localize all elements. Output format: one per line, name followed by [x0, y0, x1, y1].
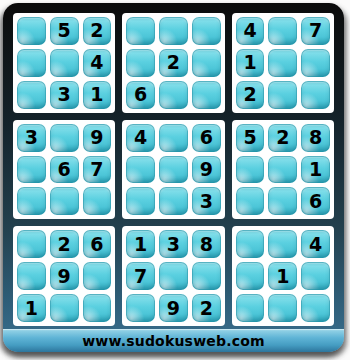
cell-r7c2[interactable]: 2	[50, 230, 79, 258]
cell-r2c2[interactable]	[50, 49, 79, 77]
cell-r5c2[interactable]: 6	[50, 156, 79, 184]
cell-r6c5[interactable]	[159, 187, 188, 215]
cell-r6c9[interactable]: 6	[301, 187, 330, 215]
cell-r8c2[interactable]: 9	[50, 262, 79, 290]
cell-r7c6[interactable]: 8	[192, 230, 221, 258]
cell-r8c9[interactable]	[301, 262, 330, 290]
cell-r6c3[interactable]	[83, 187, 112, 215]
cell-r1c7[interactable]: 4	[236, 17, 265, 45]
cell-r3c9[interactable]	[301, 81, 330, 109]
cell-r8c8[interactable]: 1	[268, 262, 297, 290]
cell-r9c7[interactable]	[236, 294, 265, 322]
cell-r7c1[interactable]	[17, 230, 46, 258]
cell-r2c4[interactable]	[126, 49, 155, 77]
cell-r9c4[interactable]	[126, 294, 155, 322]
cell-r2c3[interactable]: 4	[83, 49, 112, 77]
cell-r5c9[interactable]: 1	[301, 156, 330, 184]
cell-r4c5[interactable]	[159, 124, 188, 152]
cell-r8c1[interactable]	[17, 262, 46, 290]
cell-r5c5[interactable]	[159, 156, 188, 184]
cell-r7c9[interactable]: 4	[301, 230, 330, 258]
cell-r1c9[interactable]: 7	[301, 17, 330, 45]
cell-r5c8[interactable]	[268, 156, 297, 184]
cell-r8c3[interactable]	[83, 262, 112, 290]
cell-r8c7[interactable]	[236, 262, 265, 290]
cell-r3c1[interactable]	[17, 81, 46, 109]
cell-r2c8[interactable]	[268, 49, 297, 77]
cell-r4c6[interactable]: 6	[192, 124, 221, 152]
cell-r6c2[interactable]	[50, 187, 79, 215]
cell-r1c2[interactable]: 5	[50, 17, 79, 45]
sudoku-box-4: 3967	[13, 120, 115, 220]
cell-r1c4[interactable]	[126, 17, 155, 45]
cell-r5c4[interactable]	[126, 156, 155, 184]
sudoku-box-7: 2691	[13, 226, 115, 326]
cell-r6c4[interactable]	[126, 187, 155, 215]
cell-r5c6[interactable]: 9	[192, 156, 221, 184]
cell-r3c2[interactable]: 3	[50, 81, 79, 109]
cell-r2c1[interactable]	[17, 49, 46, 77]
cell-r4c2[interactable]	[50, 124, 79, 152]
cell-r9c1[interactable]: 1	[17, 294, 46, 322]
cell-r3c4[interactable]: 6	[126, 81, 155, 109]
cell-r3c8[interactable]	[268, 81, 297, 109]
cell-r7c7[interactable]	[236, 230, 265, 258]
sudoku-box-9: 41	[232, 226, 334, 326]
cell-r2c5[interactable]: 2	[159, 49, 188, 77]
cell-r7c8[interactable]	[268, 230, 297, 258]
cell-r1c3[interactable]: 2	[83, 17, 112, 45]
cell-r3c5[interactable]	[159, 81, 188, 109]
cell-r2c9[interactable]	[301, 49, 330, 77]
sudoku-box-2: 26	[122, 13, 224, 113]
cell-r1c6[interactable]	[192, 17, 221, 45]
sudoku-box-5: 4693	[122, 120, 224, 220]
cell-r3c3[interactable]: 1	[83, 81, 112, 109]
cell-r9c6[interactable]: 2	[192, 294, 221, 322]
cell-r7c5[interactable]: 3	[159, 230, 188, 258]
cell-r7c3[interactable]: 6	[83, 230, 112, 258]
cell-r9c2[interactable]	[50, 294, 79, 322]
cell-r9c5[interactable]: 9	[159, 294, 188, 322]
cell-r4c8[interactable]: 2	[268, 124, 297, 152]
cell-r6c8[interactable]	[268, 187, 297, 215]
cell-r8c5[interactable]	[159, 262, 188, 290]
cell-r4c1[interactable]: 3	[17, 124, 46, 152]
cell-r4c9[interactable]: 8	[301, 124, 330, 152]
sudoku-board: 524312647123967469352816269113879241 www…	[3, 3, 344, 352]
cell-r9c8[interactable]	[268, 294, 297, 322]
cell-r9c3[interactable]	[83, 294, 112, 322]
sudoku-box-1: 52431	[13, 13, 115, 113]
cell-r1c8[interactable]	[268, 17, 297, 45]
footer-bar: www.sudokusweb.com	[3, 329, 344, 352]
sudoku-box-8: 138792	[122, 226, 224, 326]
sudoku-box-6: 52816	[232, 120, 334, 220]
cell-r1c1[interactable]	[17, 17, 46, 45]
cell-r8c6[interactable]	[192, 262, 221, 290]
cell-r7c4[interactable]: 1	[126, 230, 155, 258]
cell-r4c4[interactable]: 4	[126, 124, 155, 152]
cell-r4c7[interactable]: 5	[236, 124, 265, 152]
cell-r6c7[interactable]	[236, 187, 265, 215]
cell-r3c7[interactable]: 2	[236, 81, 265, 109]
cell-r8c4[interactable]: 7	[126, 262, 155, 290]
cell-r3c6[interactable]	[192, 81, 221, 109]
cell-r5c7[interactable]	[236, 156, 265, 184]
cell-r4c3[interactable]: 9	[83, 124, 112, 152]
cell-r2c6[interactable]	[192, 49, 221, 77]
cell-r6c6[interactable]: 3	[192, 187, 221, 215]
cell-r2c7[interactable]: 1	[236, 49, 265, 77]
cell-r5c3[interactable]: 7	[83, 156, 112, 184]
cell-r1c5[interactable]	[159, 17, 188, 45]
cell-r9c9[interactable]	[301, 294, 330, 322]
sudoku-box-3: 4712	[232, 13, 334, 113]
cell-r6c1[interactable]	[17, 187, 46, 215]
site-link[interactable]: www.sudokusweb.com	[82, 333, 265, 349]
cell-r5c1[interactable]	[17, 156, 46, 184]
sudoku-grid: 524312647123967469352816269113879241	[13, 13, 334, 326]
